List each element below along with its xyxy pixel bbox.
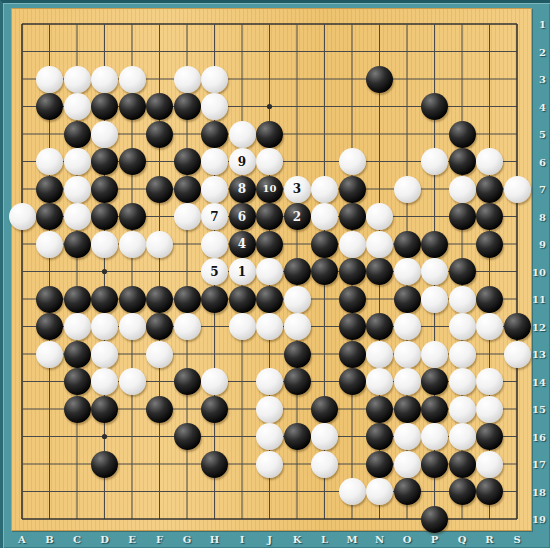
- black-stone-C11: [64, 286, 91, 313]
- white-stone-H4: [201, 93, 228, 120]
- black-stone-J9: [256, 231, 283, 258]
- row-label-6: 6: [539, 156, 546, 167]
- black-stone-M11: [339, 286, 366, 313]
- black-stone-E11: [119, 286, 146, 313]
- black-stone-D17: [91, 451, 118, 478]
- white-stone-F13: [146, 341, 173, 368]
- black-stone-K10: [284, 258, 311, 285]
- black-stone-M10: [339, 258, 366, 285]
- black-stone-G14: [174, 368, 201, 395]
- row-label-11: 11: [532, 294, 546, 305]
- row-label-5: 5: [539, 129, 546, 140]
- black-stone-F11: [146, 286, 173, 313]
- white-stone-I12: [229, 313, 256, 340]
- white-stone-Q16: [449, 423, 476, 450]
- white-stone-J10: [256, 258, 283, 285]
- white-stone-N14: [366, 368, 393, 395]
- white-stone-Q14: [449, 368, 476, 395]
- white-stone-E3: [119, 66, 146, 93]
- column-label-I: I: [240, 534, 245, 545]
- white-stone-J6: [256, 148, 283, 175]
- black-stone-D7: [91, 176, 118, 203]
- white-stone-O7: [394, 176, 421, 203]
- white-stone-Q15: [449, 396, 476, 423]
- white-stone-P13: [421, 341, 448, 368]
- white-stone-Q13: [449, 341, 476, 368]
- white-stone-Q12: [449, 313, 476, 340]
- black-stone-F12: [146, 313, 173, 340]
- white-stone-Q7: [449, 176, 476, 203]
- white-stone-C3: [64, 66, 91, 93]
- white-stone-O16: [394, 423, 421, 450]
- white-stone-H7: [201, 176, 228, 203]
- black-stone-K16: [284, 423, 311, 450]
- row-label-8: 8: [539, 211, 546, 222]
- star-point: [102, 434, 107, 439]
- black-stone-R9: [476, 231, 503, 258]
- black-stone-Q17: [449, 451, 476, 478]
- white-stone-C4: [64, 93, 91, 120]
- black-stone-R11: [476, 286, 503, 313]
- black-stone-S12: [504, 313, 531, 340]
- black-stone-D4: [91, 93, 118, 120]
- black-stone-C5: [64, 121, 91, 148]
- white-stone-R12: [476, 313, 503, 340]
- white-stone-R14: [476, 368, 503, 395]
- black-stone-C9: [64, 231, 91, 258]
- column-label-O: O: [403, 534, 412, 545]
- column-label-C: C: [73, 534, 81, 545]
- white-stone-P16: [421, 423, 448, 450]
- column-label-N: N: [375, 534, 384, 545]
- black-stone-J11: [256, 286, 283, 313]
- black-stone-B4: [36, 93, 63, 120]
- black-stone-F4: [146, 93, 173, 120]
- row-label-4: 4: [539, 101, 546, 112]
- column-label-F: F: [156, 534, 163, 545]
- column-label-J: J: [267, 534, 272, 545]
- white-stone-E9: [119, 231, 146, 258]
- black-stone-D6: [91, 148, 118, 175]
- black-stone-P19: [421, 506, 448, 533]
- column-label-G: G: [183, 534, 192, 545]
- black-stone-G4: [174, 93, 201, 120]
- black-stone-P15: [421, 396, 448, 423]
- white-stone-P11: [421, 286, 448, 313]
- white-stone-O12: [394, 313, 421, 340]
- column-label-H: H: [210, 534, 219, 545]
- white-stone-H10-move-5: 5: [201, 258, 228, 285]
- black-stone-H5: [201, 121, 228, 148]
- white-stone-J14: [256, 368, 283, 395]
- black-stone-P9: [421, 231, 448, 258]
- white-stone-N9: [366, 231, 393, 258]
- black-stone-G6: [174, 148, 201, 175]
- black-stone-I9-move-4: 4: [229, 231, 256, 258]
- white-stone-R6: [476, 148, 503, 175]
- black-stone-L15: [311, 396, 338, 423]
- black-stone-D8: [91, 203, 118, 230]
- white-stone-D3: [91, 66, 118, 93]
- white-stone-L17: [311, 451, 338, 478]
- white-stone-I6-move-9: 9: [229, 148, 256, 175]
- black-stone-R7: [476, 176, 503, 203]
- black-stone-L10: [311, 258, 338, 285]
- column-label-B: B: [45, 534, 53, 545]
- white-stone-I10-move-1: 1: [229, 258, 256, 285]
- white-stone-H14: [201, 368, 228, 395]
- black-stone-J5: [256, 121, 283, 148]
- white-stone-M18: [339, 478, 366, 505]
- row-label-18: 18: [532, 486, 546, 497]
- white-stone-D14: [91, 368, 118, 395]
- white-stone-H9: [201, 231, 228, 258]
- black-stone-N15: [366, 396, 393, 423]
- white-stone-L16: [311, 423, 338, 450]
- row-label-3: 3: [539, 74, 546, 85]
- black-stone-O9: [394, 231, 421, 258]
- row-label-14: 14: [532, 376, 546, 387]
- white-stone-G3: [174, 66, 201, 93]
- black-stone-C14: [64, 368, 91, 395]
- black-stone-N16: [366, 423, 393, 450]
- white-stone-O14: [394, 368, 421, 395]
- white-stone-L8: [311, 203, 338, 230]
- white-stone-D5: [91, 121, 118, 148]
- black-stone-O11: [394, 286, 421, 313]
- white-stone-M6: [339, 148, 366, 175]
- black-stone-P17: [421, 451, 448, 478]
- black-stone-E6: [119, 148, 146, 175]
- row-label-15: 15: [532, 404, 546, 415]
- white-stone-O13: [394, 341, 421, 368]
- white-stone-P6: [421, 148, 448, 175]
- column-label-P: P: [431, 534, 439, 545]
- black-stone-F5: [146, 121, 173, 148]
- black-stone-D11: [91, 286, 118, 313]
- black-stone-D15: [91, 396, 118, 423]
- black-stone-C13: [64, 341, 91, 368]
- black-stone-R16: [476, 423, 503, 450]
- white-stone-D13: [91, 341, 118, 368]
- row-label-16: 16: [532, 431, 546, 442]
- black-stone-M12: [339, 313, 366, 340]
- white-stone-Q11: [449, 286, 476, 313]
- column-label-K: K: [293, 534, 302, 545]
- row-label-12: 12: [532, 321, 546, 332]
- black-stone-M14: [339, 368, 366, 395]
- white-stone-J15: [256, 396, 283, 423]
- white-stone-R15: [476, 396, 503, 423]
- white-stone-H8-move-7: 7: [201, 203, 228, 230]
- column-label-A: A: [18, 534, 26, 545]
- black-stone-J8: [256, 203, 283, 230]
- white-stone-N8: [366, 203, 393, 230]
- row-label-13: 13: [532, 349, 546, 360]
- white-stone-H6: [201, 148, 228, 175]
- row-label-9: 9: [539, 239, 546, 250]
- white-stone-S13: [504, 341, 531, 368]
- white-stone-C6: [64, 148, 91, 175]
- white-stone-B6: [36, 148, 63, 175]
- column-label-L: L: [321, 534, 328, 545]
- black-stone-O15: [394, 396, 421, 423]
- row-label-2: 2: [539, 46, 546, 57]
- white-stone-K7-move-3: 3: [284, 176, 311, 203]
- black-stone-J7-move-10: 10: [256, 176, 283, 203]
- black-stone-H15: [201, 396, 228, 423]
- black-stone-G7: [174, 176, 201, 203]
- black-stone-B12: [36, 313, 63, 340]
- row-label-7: 7: [539, 184, 546, 195]
- white-stone-D12: [91, 313, 118, 340]
- black-stone-C15: [64, 396, 91, 423]
- column-label-Q: Q: [458, 534, 467, 545]
- black-stone-N10: [366, 258, 393, 285]
- black-stone-K14: [284, 368, 311, 395]
- black-stone-H17: [201, 451, 228, 478]
- black-stone-B11: [36, 286, 63, 313]
- black-stone-P14: [421, 368, 448, 395]
- black-stone-Q6: [449, 148, 476, 175]
- row-label-17: 17: [532, 459, 546, 470]
- black-stone-Q18: [449, 478, 476, 505]
- white-stone-H3: [201, 66, 228, 93]
- black-stone-R18: [476, 478, 503, 505]
- black-stone-B7: [36, 176, 63, 203]
- black-stone-G16: [174, 423, 201, 450]
- white-stone-K11: [284, 286, 311, 313]
- black-stone-L9: [311, 231, 338, 258]
- column-label-D: D: [100, 534, 109, 545]
- white-stone-J16: [256, 423, 283, 450]
- go-board[interactable]: 98103762451: [11, 8, 532, 531]
- white-stone-C8: [64, 203, 91, 230]
- black-stone-N3: [366, 66, 393, 93]
- black-stone-O18: [394, 478, 421, 505]
- column-label-M: M: [346, 534, 357, 545]
- go-board-screenshot: 98103762451 ABCDEFGHIJKLMNOPQRS123456789…: [0, 0, 550, 548]
- white-stone-K12: [284, 313, 311, 340]
- black-stone-R8: [476, 203, 503, 230]
- white-stone-F9: [146, 231, 173, 258]
- black-stone-M8: [339, 203, 366, 230]
- white-stone-N18: [366, 478, 393, 505]
- white-stone-B9: [36, 231, 63, 258]
- black-stone-Q10: [449, 258, 476, 285]
- black-stone-E8: [119, 203, 146, 230]
- white-stone-G12: [174, 313, 201, 340]
- star-point: [267, 104, 272, 109]
- black-stone-K13: [284, 341, 311, 368]
- black-stone-G11: [174, 286, 201, 313]
- column-label-S: S: [513, 534, 520, 545]
- black-stone-I11: [229, 286, 256, 313]
- white-stone-G8: [174, 203, 201, 230]
- black-stone-Q5: [449, 121, 476, 148]
- row-label-1: 1: [539, 19, 546, 30]
- white-stone-E14: [119, 368, 146, 395]
- black-stone-I7-move-8: 8: [229, 176, 256, 203]
- row-label-19: 19: [532, 514, 546, 525]
- black-stone-K8-move-2: 2: [284, 203, 311, 230]
- white-stone-B3: [36, 66, 63, 93]
- column-label-R: R: [485, 534, 493, 545]
- star-point: [102, 269, 107, 274]
- black-stone-Q8: [449, 203, 476, 230]
- row-label-10: 10: [532, 266, 546, 277]
- white-stone-C7: [64, 176, 91, 203]
- white-stone-I5: [229, 121, 256, 148]
- black-stone-M13: [339, 341, 366, 368]
- black-stone-F7: [146, 176, 173, 203]
- white-stone-S7: [504, 176, 531, 203]
- white-stone-M9: [339, 231, 366, 258]
- black-stone-E4: [119, 93, 146, 120]
- white-stone-R17: [476, 451, 503, 478]
- black-stone-B8: [36, 203, 63, 230]
- black-stone-I8-move-6: 6: [229, 203, 256, 230]
- white-stone-N13: [366, 341, 393, 368]
- white-stone-D9: [91, 231, 118, 258]
- black-stone-H11: [201, 286, 228, 313]
- black-stone-N17: [366, 451, 393, 478]
- white-stone-E12: [119, 313, 146, 340]
- black-stone-F15: [146, 396, 173, 423]
- white-stone-J17: [256, 451, 283, 478]
- white-stone-L7: [311, 176, 338, 203]
- white-stone-O17: [394, 451, 421, 478]
- column-label-E: E: [128, 534, 136, 545]
- black-stone-M7: [339, 176, 366, 203]
- white-stone-A8: [9, 203, 36, 230]
- white-stone-C12: [64, 313, 91, 340]
- black-stone-N12: [366, 313, 393, 340]
- white-stone-B13: [36, 341, 63, 368]
- black-stone-P4: [421, 93, 448, 120]
- white-stone-P10: [421, 258, 448, 285]
- white-stone-O10: [394, 258, 421, 285]
- white-stone-J12: [256, 313, 283, 340]
